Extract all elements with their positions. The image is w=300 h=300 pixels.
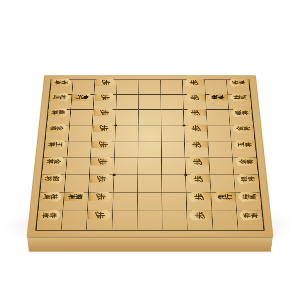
board-cell-r5c4[interactable] bbox=[115, 141, 139, 158]
board-cell-r4c5[interactable] bbox=[138, 125, 161, 141]
board-cell-r6c2[interactable] bbox=[66, 158, 91, 175]
piece-pawn[interactable]: 歩 bbox=[94, 95, 117, 110]
board-cell-r9c2[interactable] bbox=[62, 211, 88, 230]
piece-bishop[interactable]: 角行 bbox=[71, 95, 94, 110]
board-cell-r8c5[interactable] bbox=[138, 193, 163, 211]
board-cell-r1c4[interactable] bbox=[117, 80, 139, 95]
piece-lance[interactable]: 香車 bbox=[237, 211, 264, 230]
piece-pawn[interactable]: 歩 bbox=[183, 95, 206, 110]
piece-silver[interactable]: 銀将 bbox=[40, 175, 66, 193]
pawn-kanji: 歩 bbox=[88, 208, 112, 223]
board-cell-r4c4[interactable] bbox=[115, 125, 138, 141]
board-cell-r1c8[interactable] bbox=[205, 80, 228, 95]
piece-knight[interactable]: 桂馬 bbox=[49, 95, 73, 110]
piece-knight[interactable]: 桂馬 bbox=[228, 95, 252, 110]
board-cell-r5c5[interactable] bbox=[138, 141, 162, 158]
piece-lance[interactable]: 香車 bbox=[50, 80, 73, 95]
piece-pawn[interactable]: 歩 bbox=[186, 175, 211, 193]
board-cell-r9c5[interactable] bbox=[137, 211, 162, 230]
piece-lance[interactable]: 香車 bbox=[227, 80, 250, 95]
board-cell-r7c6[interactable] bbox=[162, 175, 187, 193]
pawn-kanji: 歩 bbox=[184, 77, 205, 88]
piece-pawn[interactable]: 歩 bbox=[91, 141, 115, 158]
photo-scene: 香車桂馬銀将金将王将金将銀将桂馬香車角行飛車歩歩歩歩歩歩歩歩歩香車桂馬銀将金将玉… bbox=[0, 0, 300, 300]
board-cell-r1c2[interactable] bbox=[72, 80, 95, 95]
board-cell-r3c4[interactable] bbox=[116, 110, 139, 126]
board-cell-r5c6[interactable] bbox=[162, 141, 186, 158]
piece-pawn[interactable]: 歩 bbox=[185, 141, 209, 158]
board-cell-r7c8[interactable] bbox=[210, 175, 235, 193]
board-cell-r9c4[interactable] bbox=[112, 211, 137, 230]
lance-kanji: 香車 bbox=[228, 77, 250, 88]
piece-lance[interactable]: 香車 bbox=[37, 211, 64, 230]
board-cell-r2c5[interactable] bbox=[139, 95, 162, 110]
board-cell-r1c5[interactable] bbox=[139, 80, 161, 95]
piece-king[interactable]: 玉将 bbox=[231, 141, 256, 158]
piece-pawn[interactable]: 歩 bbox=[187, 211, 213, 230]
pawn-kanji: 歩 bbox=[95, 77, 116, 88]
board-cell-r9c8[interactable] bbox=[212, 211, 238, 230]
board-cell-r5c8[interactable] bbox=[208, 141, 233, 158]
lance-kanji: 香車 bbox=[238, 208, 263, 223]
board-cell-r4c8[interactable] bbox=[207, 125, 231, 141]
piece-pawn[interactable]: 歩 bbox=[94, 80, 117, 95]
board-cell-r8c4[interactable] bbox=[113, 193, 138, 211]
board-cell-r9c6[interactable] bbox=[162, 211, 187, 230]
board-cell-r8c6[interactable] bbox=[162, 193, 187, 211]
piece-silver[interactable]: 銀将 bbox=[234, 175, 260, 193]
piece-pawn[interactable]: 歩 bbox=[89, 175, 114, 193]
board-cell-r3c8[interactable] bbox=[206, 110, 230, 126]
board-cell-r6c5[interactable] bbox=[138, 158, 162, 175]
board-grid: 香車桂馬銀将金将王将金将銀将桂馬香車角行飛車歩歩歩歩歩歩歩歩歩香車桂馬銀将金将玉… bbox=[35, 79, 264, 230]
board-cell-r1c6[interactable] bbox=[161, 80, 183, 95]
board-cell-r7c2[interactable] bbox=[65, 175, 90, 193]
board-cell-r4c2[interactable] bbox=[69, 125, 93, 141]
board-cell-r2c4[interactable] bbox=[116, 95, 139, 110]
board-cell-r4c6[interactable] bbox=[161, 125, 184, 141]
board-cell-r3c6[interactable] bbox=[161, 110, 184, 126]
piece-pawn[interactable]: 歩 bbox=[183, 80, 206, 95]
board-cell-r6c6[interactable] bbox=[162, 158, 186, 175]
lance-kanji: 香車 bbox=[37, 208, 62, 223]
board-cell-r7c4[interactable] bbox=[113, 175, 138, 193]
board-cell-r5c2[interactable] bbox=[67, 141, 92, 158]
piece-king[interactable]: 王将 bbox=[44, 141, 69, 158]
piece-rook[interactable]: 飛車 bbox=[206, 95, 229, 110]
lance-kanji: 香車 bbox=[51, 77, 73, 88]
piece-pawn[interactable]: 歩 bbox=[87, 211, 113, 230]
board-cell-r6c4[interactable] bbox=[114, 158, 138, 175]
pawn-kanji: 歩 bbox=[188, 208, 212, 223]
board-cell-r6c8[interactable] bbox=[209, 158, 234, 175]
board-cell-r7c5[interactable] bbox=[138, 175, 162, 193]
board-front-edge bbox=[27, 237, 273, 252]
board-cell-r3c2[interactable] bbox=[70, 110, 94, 126]
shogi-board: 香車桂馬銀将金将王将金将銀将桂馬香車角行飛車歩歩歩歩歩歩歩歩歩香車桂馬銀将金将玉… bbox=[27, 75, 274, 237]
board-cell-r3c5[interactable] bbox=[139, 110, 162, 126]
board-cell-r2c6[interactable] bbox=[161, 95, 184, 110]
